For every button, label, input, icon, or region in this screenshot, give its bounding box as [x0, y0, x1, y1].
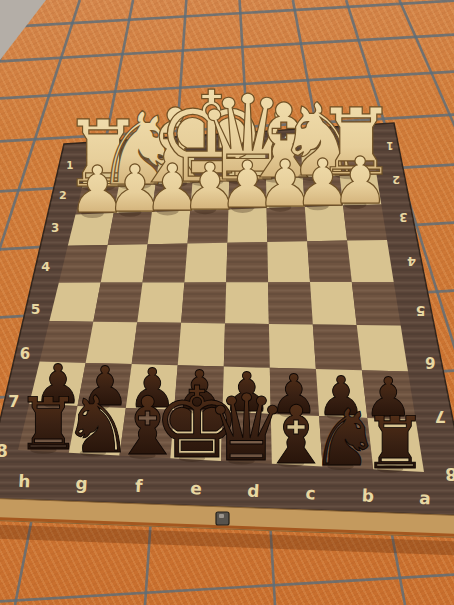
- square-c5[interactable]: [268, 282, 313, 324]
- square-c4[interactable]: [267, 241, 310, 282]
- rank-label-right-6: 6: [425, 353, 435, 371]
- file-label-bottom-e: e: [190, 478, 203, 499]
- square-e5[interactable]: [181, 282, 226, 323]
- square-d5[interactable]: [225, 282, 269, 324]
- square-g4[interactable]: [101, 244, 148, 282]
- square-b4[interactable]: [307, 241, 352, 283]
- rank-label-left-3: 3: [51, 221, 59, 235]
- square-a5[interactable]: [352, 282, 401, 326]
- file-label-bottom-d: d: [247, 480, 260, 501]
- square-e4[interactable]: [184, 243, 227, 283]
- clasp: [216, 512, 229, 525]
- chessboard-photo: 1122334455667788hhggffeeddccbbaa♜♞♝♚♛♝♞♜…: [0, 0, 454, 605]
- piece-black-R-a8[interactable]: ♜: [363, 401, 428, 485]
- tablecloth-grid-line: [0, 0, 454, 28]
- photo-scene: 1122334455667788hhggffeeddccbbaa♜♞♝♚♛♝♞♜…: [0, 0, 454, 605]
- tablecloth-grid-line: [0, 574, 454, 602]
- square-d4[interactable]: [226, 242, 268, 282]
- clasp-highlight: [219, 514, 224, 518]
- square-g5[interactable]: [93, 283, 142, 323]
- square-a4[interactable]: [347, 240, 394, 282]
- file-label-bottom-c: c: [305, 483, 316, 504]
- rank-label-left-5: 5: [31, 301, 41, 317]
- square-b5[interactable]: [310, 282, 357, 325]
- rank-label-right-5: 5: [416, 303, 426, 319]
- file-label-bottom-g: g: [75, 473, 88, 494]
- rank-label-left-8: 8: [0, 441, 8, 461]
- square-f5[interactable]: [137, 282, 184, 322]
- rank-label-left-4: 4: [41, 259, 50, 274]
- table-edge-wedge: [0, 0, 46, 60]
- file-label-bottom-b: b: [361, 485, 374, 506]
- rank-label-left-6: 6: [20, 345, 30, 363]
- square-b6[interactable]: [313, 325, 362, 371]
- rank-label-right-8: 8: [445, 464, 454, 484]
- file-label-bottom-h: h: [18, 471, 31, 492]
- file-label-bottom-a: a: [419, 488, 432, 509]
- square-f4[interactable]: [143, 244, 188, 283]
- rank-label-right-3: 3: [399, 210, 407, 224]
- rank-label-right-7: 7: [435, 407, 446, 426]
- piece-white-P-a2[interactable]: ♟: [331, 143, 389, 218]
- rank-label-right-4: 4: [407, 254, 416, 269]
